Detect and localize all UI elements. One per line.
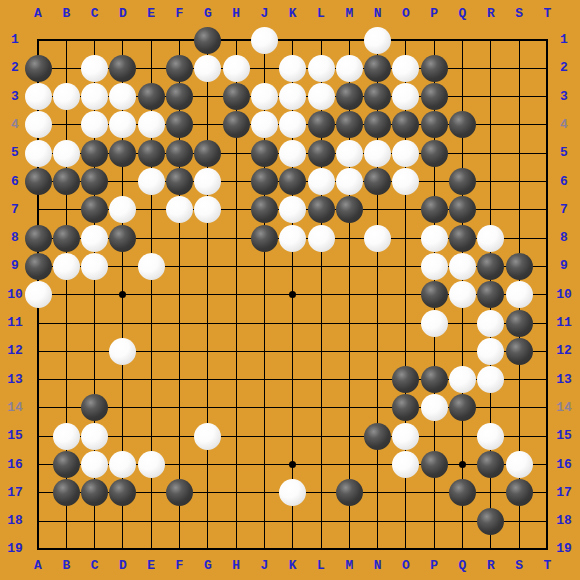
column-label-bottom: A xyxy=(29,558,47,574)
stone-black xyxy=(364,423,391,450)
stone-black xyxy=(81,479,108,506)
column-label-top: T xyxy=(538,6,556,22)
stone-white xyxy=(279,111,306,138)
stone-white xyxy=(477,310,504,337)
row-label-left: 13 xyxy=(2,372,28,388)
stone-black xyxy=(449,168,476,195)
row-label-left: 19 xyxy=(2,541,28,557)
column-label-top: O xyxy=(397,6,415,22)
grid-line-horizontal xyxy=(37,548,548,550)
stone-white xyxy=(336,168,363,195)
stone-white xyxy=(308,83,335,110)
stone-black xyxy=(308,111,335,138)
stone-black xyxy=(53,451,80,478)
grid-line-vertical xyxy=(546,39,548,550)
column-label-top: R xyxy=(482,6,500,22)
stone-black xyxy=(506,253,533,280)
stone-white xyxy=(194,168,221,195)
stone-black xyxy=(81,394,108,421)
column-label-top: H xyxy=(227,6,245,22)
stone-white xyxy=(506,451,533,478)
row-label-right: 12 xyxy=(551,343,577,359)
stone-black xyxy=(251,140,278,167)
column-label-top: E xyxy=(142,6,160,22)
stone-black xyxy=(336,111,363,138)
stone-black xyxy=(166,140,193,167)
column-label-top: A xyxy=(29,6,47,22)
row-label-right: 17 xyxy=(551,485,577,501)
stone-black xyxy=(223,83,250,110)
stone-black xyxy=(81,140,108,167)
row-label-right: 5 xyxy=(551,145,577,161)
stone-white xyxy=(25,111,52,138)
stone-black xyxy=(421,111,448,138)
stone-black xyxy=(109,225,136,252)
stone-white xyxy=(364,27,391,54)
column-label-bottom: B xyxy=(57,558,75,574)
stone-white xyxy=(138,168,165,195)
stone-white xyxy=(392,168,419,195)
stone-white xyxy=(477,366,504,393)
row-label-right: 6 xyxy=(551,174,577,190)
column-label-bottom: H xyxy=(227,558,245,574)
column-label-top: L xyxy=(312,6,330,22)
stone-white xyxy=(449,366,476,393)
stone-white xyxy=(477,225,504,252)
grid-line-horizontal xyxy=(37,521,548,522)
stone-white xyxy=(194,55,221,82)
stone-black xyxy=(336,196,363,223)
row-label-right: 3 xyxy=(551,89,577,105)
stone-white xyxy=(421,394,448,421)
stone-black xyxy=(53,168,80,195)
stone-black xyxy=(421,140,448,167)
row-label-right: 15 xyxy=(551,428,577,444)
stone-black xyxy=(25,168,52,195)
stone-black xyxy=(251,225,278,252)
stone-black xyxy=(477,451,504,478)
stone-black xyxy=(449,394,476,421)
stone-white xyxy=(81,253,108,280)
stone-white xyxy=(421,225,448,252)
column-label-bottom: M xyxy=(340,558,358,574)
row-label-left: 17 xyxy=(2,485,28,501)
stone-black xyxy=(138,83,165,110)
stone-black xyxy=(53,479,80,506)
stone-white xyxy=(421,310,448,337)
stone-white xyxy=(279,140,306,167)
row-label-right: 14 xyxy=(551,400,577,416)
stone-black xyxy=(364,111,391,138)
stone-black xyxy=(109,140,136,167)
stone-black xyxy=(166,479,193,506)
column-label-bottom: K xyxy=(284,558,302,574)
stone-white xyxy=(477,338,504,365)
stone-white xyxy=(138,111,165,138)
column-label-bottom: F xyxy=(171,558,189,574)
stone-black xyxy=(449,225,476,252)
stone-white xyxy=(25,140,52,167)
row-label-right: 18 xyxy=(551,513,577,529)
row-label-left: 7 xyxy=(2,202,28,218)
stone-white xyxy=(194,423,221,450)
stone-black xyxy=(109,479,136,506)
stone-white xyxy=(166,196,193,223)
stone-white xyxy=(25,281,52,308)
stone-black xyxy=(421,196,448,223)
stone-white xyxy=(392,55,419,82)
stone-black xyxy=(194,140,221,167)
stone-white xyxy=(392,83,419,110)
row-label-left: 16 xyxy=(2,457,28,473)
stone-white xyxy=(279,479,306,506)
stone-white xyxy=(364,225,391,252)
stone-white xyxy=(279,196,306,223)
stone-white xyxy=(81,111,108,138)
stone-black xyxy=(449,111,476,138)
stone-white xyxy=(223,55,250,82)
stone-black xyxy=(449,479,476,506)
row-label-left: 12 xyxy=(2,343,28,359)
row-label-right: 13 xyxy=(551,372,577,388)
row-label-left: 1 xyxy=(2,32,28,48)
stone-white xyxy=(81,55,108,82)
stone-white xyxy=(336,140,363,167)
stone-white xyxy=(477,423,504,450)
stone-black xyxy=(364,55,391,82)
stone-black xyxy=(138,140,165,167)
column-label-bottom: D xyxy=(114,558,132,574)
column-label-bottom: C xyxy=(86,558,104,574)
stone-white xyxy=(251,83,278,110)
column-label-bottom: L xyxy=(312,558,330,574)
column-label-top: G xyxy=(199,6,217,22)
column-label-top: Q xyxy=(454,6,472,22)
column-label-bottom: S xyxy=(510,558,528,574)
column-label-top: N xyxy=(369,6,387,22)
stone-black xyxy=(223,111,250,138)
row-label-right: 9 xyxy=(551,258,577,274)
stone-black xyxy=(53,225,80,252)
row-label-right: 10 xyxy=(551,287,577,303)
row-label-left: 18 xyxy=(2,513,28,529)
stone-black xyxy=(166,55,193,82)
stone-white xyxy=(308,55,335,82)
stone-white xyxy=(251,111,278,138)
stone-white xyxy=(81,423,108,450)
stone-white xyxy=(25,83,52,110)
column-label-top: S xyxy=(510,6,528,22)
stone-white xyxy=(392,140,419,167)
stone-black xyxy=(308,196,335,223)
stone-black xyxy=(506,310,533,337)
row-label-right: 19 xyxy=(551,541,577,557)
stone-black xyxy=(421,451,448,478)
stone-white xyxy=(81,225,108,252)
stone-white xyxy=(81,451,108,478)
stone-black xyxy=(392,394,419,421)
stone-black xyxy=(166,168,193,195)
stone-white xyxy=(53,140,80,167)
stone-black xyxy=(194,27,221,54)
stone-white xyxy=(53,423,80,450)
stone-white xyxy=(364,140,391,167)
stone-black xyxy=(506,338,533,365)
row-label-right: 7 xyxy=(551,202,577,218)
stone-black xyxy=(308,140,335,167)
column-label-bottom: Q xyxy=(454,558,472,574)
column-label-top: F xyxy=(171,6,189,22)
row-label-left: 11 xyxy=(2,315,28,331)
stone-white xyxy=(109,111,136,138)
stone-black xyxy=(336,83,363,110)
stone-black xyxy=(364,83,391,110)
stone-white xyxy=(308,168,335,195)
row-label-right: 16 xyxy=(551,457,577,473)
stone-black xyxy=(81,196,108,223)
stone-black xyxy=(251,196,278,223)
column-label-top: D xyxy=(114,6,132,22)
stone-white xyxy=(308,225,335,252)
stone-black xyxy=(25,253,52,280)
stone-white xyxy=(506,281,533,308)
column-label-top: B xyxy=(57,6,75,22)
stone-white xyxy=(109,83,136,110)
stone-black xyxy=(166,111,193,138)
column-label-top: K xyxy=(284,6,302,22)
row-label-left: 15 xyxy=(2,428,28,444)
column-label-top: P xyxy=(425,6,443,22)
stone-black xyxy=(392,111,419,138)
column-label-top: M xyxy=(340,6,358,22)
stone-black xyxy=(279,168,306,195)
column-label-bottom: N xyxy=(369,558,387,574)
stone-black xyxy=(251,168,278,195)
stone-black xyxy=(421,83,448,110)
stone-black xyxy=(336,479,363,506)
row-label-right: 2 xyxy=(551,60,577,76)
column-label-bottom: J xyxy=(255,558,273,574)
stone-white xyxy=(81,83,108,110)
stone-white xyxy=(421,253,448,280)
column-label-bottom: O xyxy=(397,558,415,574)
column-label-bottom: E xyxy=(142,558,160,574)
grid-line-horizontal xyxy=(37,436,548,437)
column-label-bottom: G xyxy=(199,558,217,574)
stone-black xyxy=(109,55,136,82)
stone-black xyxy=(449,196,476,223)
column-label-bottom: R xyxy=(482,558,500,574)
stone-white xyxy=(392,423,419,450)
stone-black xyxy=(477,253,504,280)
go-board-app: AABBCCDDEEFFGGHHJJKKLLMMNNOOPPQQRRSSTT11… xyxy=(0,0,580,580)
star-point xyxy=(289,461,296,468)
stone-black xyxy=(392,366,419,393)
stone-black xyxy=(364,168,391,195)
stone-white xyxy=(449,253,476,280)
row-label-right: 8 xyxy=(551,230,577,246)
row-label-right: 11 xyxy=(551,315,577,331)
star-point xyxy=(119,291,126,298)
stone-black xyxy=(421,366,448,393)
stone-white xyxy=(138,253,165,280)
stone-white xyxy=(53,253,80,280)
stone-black xyxy=(25,55,52,82)
stone-white xyxy=(279,55,306,82)
row-label-left: 14 xyxy=(2,400,28,416)
star-point xyxy=(289,291,296,298)
column-label-bottom: T xyxy=(538,558,556,574)
column-label-bottom: P xyxy=(425,558,443,574)
stone-white xyxy=(279,225,306,252)
stone-white xyxy=(109,338,136,365)
stone-white xyxy=(194,196,221,223)
stone-black xyxy=(421,55,448,82)
stone-black xyxy=(477,281,504,308)
star-point xyxy=(459,461,466,468)
stone-white xyxy=(138,451,165,478)
stone-white xyxy=(392,451,419,478)
stone-black xyxy=(81,168,108,195)
stone-white xyxy=(251,27,278,54)
stone-white xyxy=(53,83,80,110)
stone-white xyxy=(449,281,476,308)
stone-black xyxy=(25,225,52,252)
stone-black xyxy=(477,508,504,535)
grid-line-horizontal xyxy=(37,323,548,324)
stone-white xyxy=(109,451,136,478)
stone-white xyxy=(336,55,363,82)
stone-black xyxy=(166,83,193,110)
column-label-top: C xyxy=(86,6,104,22)
column-label-top: J xyxy=(255,6,273,22)
go-board[interactable]: AABBCCDDEEFFGGHHJJKKLLMMNNOOPPQQRRSSTT11… xyxy=(0,0,580,580)
stone-black xyxy=(506,479,533,506)
stone-white xyxy=(109,196,136,223)
row-label-right: 1 xyxy=(551,32,577,48)
stone-black xyxy=(421,281,448,308)
row-label-right: 4 xyxy=(551,117,577,133)
stone-white xyxy=(279,83,306,110)
